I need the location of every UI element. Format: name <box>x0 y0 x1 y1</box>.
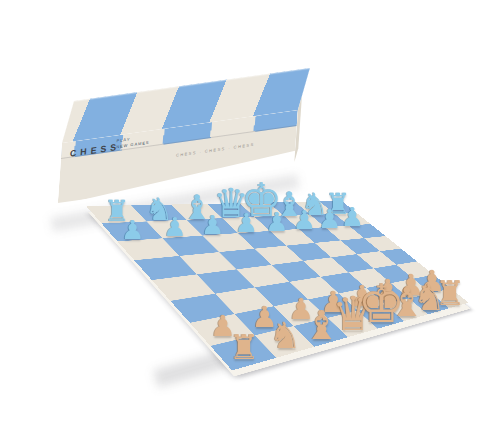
box-repeat-text: CHESS · CHESS · CHESS <box>176 142 255 158</box>
chess-board <box>86 201 468 370</box>
scene: CHESS PLAY NEW GAMES CHESS · CHESS · CHE… <box>0 0 500 429</box>
